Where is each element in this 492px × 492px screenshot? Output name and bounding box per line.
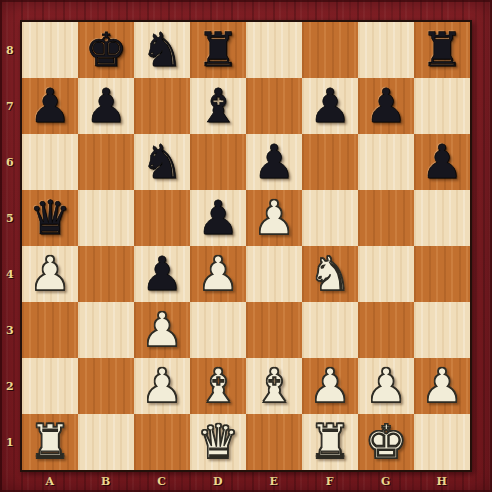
square-a8[interactable] xyxy=(22,22,78,78)
piece-black-rook[interactable]: ♜ xyxy=(421,22,463,78)
file-label-a: A xyxy=(45,475,54,488)
piece-white-king[interactable]: ♚ xyxy=(365,414,407,470)
chess-app: 87654321 ABCDEFGH ♚♞♜♜♟♟♝♟♟♞♟♟♛♟♟♟♟♟♞♟♟♝… xyxy=(0,0,492,492)
square-f1[interactable]: ♜ xyxy=(302,414,358,470)
piece-black-pawn[interactable]: ♟ xyxy=(29,78,71,134)
square-h3[interactable] xyxy=(414,302,470,358)
square-f5[interactable] xyxy=(302,190,358,246)
piece-white-queen[interactable]: ♛ xyxy=(197,414,239,470)
piece-black-pawn[interactable]: ♟ xyxy=(253,134,295,190)
square-a2[interactable] xyxy=(22,358,78,414)
square-b2[interactable] xyxy=(78,358,134,414)
rank-label-2: 2 xyxy=(6,380,14,393)
square-a6[interactable] xyxy=(22,134,78,190)
piece-white-rook[interactable]: ♜ xyxy=(29,414,71,470)
piece-white-pawn[interactable]: ♟ xyxy=(253,190,295,246)
piece-white-pawn[interactable]: ♟ xyxy=(309,358,351,414)
square-b8[interactable]: ♚ xyxy=(78,22,134,78)
square-c5[interactable] xyxy=(134,190,190,246)
piece-black-pawn[interactable]: ♟ xyxy=(141,246,183,302)
square-a7[interactable]: ♟ xyxy=(22,78,78,134)
square-g4[interactable] xyxy=(358,246,414,302)
square-h2[interactable]: ♟ xyxy=(414,358,470,414)
rank-label-6: 6 xyxy=(6,156,14,169)
square-c8[interactable]: ♞ xyxy=(134,22,190,78)
square-e2[interactable]: ♝ xyxy=(246,358,302,414)
piece-black-pawn[interactable]: ♟ xyxy=(85,78,127,134)
piece-white-bishop[interactable]: ♝ xyxy=(197,358,239,414)
rank-label-5: 5 xyxy=(6,212,14,225)
piece-white-rook[interactable]: ♜ xyxy=(309,414,351,470)
square-h7[interactable] xyxy=(414,78,470,134)
square-b6[interactable] xyxy=(78,134,134,190)
square-d1[interactable]: ♛ xyxy=(190,414,246,470)
square-e5[interactable]: ♟ xyxy=(246,190,302,246)
piece-white-knight[interactable]: ♞ xyxy=(309,246,351,302)
rank-label-4: 4 xyxy=(6,268,14,281)
piece-white-pawn[interactable]: ♟ xyxy=(29,246,71,302)
square-d3[interactable] xyxy=(190,302,246,358)
square-d5[interactable]: ♟ xyxy=(190,190,246,246)
file-label-h: H xyxy=(437,475,448,488)
square-d7[interactable]: ♝ xyxy=(190,78,246,134)
square-e8[interactable] xyxy=(246,22,302,78)
square-e6[interactable]: ♟ xyxy=(246,134,302,190)
piece-white-pawn[interactable]: ♟ xyxy=(421,358,463,414)
square-h8[interactable]: ♜ xyxy=(414,22,470,78)
piece-black-pawn[interactable]: ♟ xyxy=(421,134,463,190)
square-d8[interactable]: ♜ xyxy=(190,22,246,78)
square-g1[interactable]: ♚ xyxy=(358,414,414,470)
piece-black-queen[interactable]: ♛ xyxy=(29,190,71,246)
piece-black-pawn[interactable]: ♟ xyxy=(197,190,239,246)
rank-labels: 87654321 xyxy=(0,22,20,470)
piece-white-pawn[interactable]: ♟ xyxy=(141,302,183,358)
piece-black-rook[interactable]: ♜ xyxy=(197,22,239,78)
file-label-e: E xyxy=(270,475,279,488)
file-labels: ABCDEFGH xyxy=(22,470,470,492)
chess-board: ♚♞♜♜♟♟♝♟♟♞♟♟♛♟♟♟♟♟♞♟♟♝♝♟♟♟♜♛♜♚ xyxy=(20,20,472,472)
square-h1[interactable] xyxy=(414,414,470,470)
rank-label-7: 7 xyxy=(6,100,14,113)
piece-white-bishop[interactable]: ♝ xyxy=(253,358,295,414)
square-h5[interactable] xyxy=(414,190,470,246)
square-b7[interactable]: ♟ xyxy=(78,78,134,134)
square-c4[interactable]: ♟ xyxy=(134,246,190,302)
piece-black-king[interactable]: ♚ xyxy=(85,22,127,78)
square-g8[interactable] xyxy=(358,22,414,78)
square-c6[interactable]: ♞ xyxy=(134,134,190,190)
square-b3[interactable] xyxy=(78,302,134,358)
square-d6[interactable] xyxy=(190,134,246,190)
rank-label-8: 8 xyxy=(6,44,14,57)
piece-white-pawn[interactable]: ♟ xyxy=(197,246,239,302)
piece-black-knight[interactable]: ♞ xyxy=(141,134,183,190)
square-a3[interactable] xyxy=(22,302,78,358)
square-f7[interactable]: ♟ xyxy=(302,78,358,134)
square-e4[interactable] xyxy=(246,246,302,302)
square-g5[interactable] xyxy=(358,190,414,246)
square-c7[interactable] xyxy=(134,78,190,134)
file-label-c: C xyxy=(157,475,166,488)
square-e7[interactable] xyxy=(246,78,302,134)
square-f2[interactable]: ♟ xyxy=(302,358,358,414)
square-c1[interactable] xyxy=(134,414,190,470)
square-d2[interactable]: ♝ xyxy=(190,358,246,414)
square-f4[interactable]: ♞ xyxy=(302,246,358,302)
file-label-b: B xyxy=(101,475,111,488)
file-label-f: F xyxy=(326,475,334,488)
square-f3[interactable] xyxy=(302,302,358,358)
square-g3[interactable] xyxy=(358,302,414,358)
square-f8[interactable] xyxy=(302,22,358,78)
piece-black-bishop[interactable]: ♝ xyxy=(197,78,239,134)
piece-black-pawn[interactable]: ♟ xyxy=(365,78,407,134)
square-c3[interactable]: ♟ xyxy=(134,302,190,358)
piece-white-pawn[interactable]: ♟ xyxy=(141,358,183,414)
square-h6[interactable]: ♟ xyxy=(414,134,470,190)
square-e1[interactable] xyxy=(246,414,302,470)
square-d4[interactable]: ♟ xyxy=(190,246,246,302)
square-c2[interactable]: ♟ xyxy=(134,358,190,414)
piece-black-pawn[interactable]: ♟ xyxy=(309,78,351,134)
file-label-d: D xyxy=(213,475,223,488)
square-h4[interactable] xyxy=(414,246,470,302)
rank-label-1: 1 xyxy=(6,436,14,449)
rank-label-3: 3 xyxy=(6,324,14,337)
square-a1[interactable]: ♜ xyxy=(22,414,78,470)
square-a4[interactable]: ♟ xyxy=(22,246,78,302)
square-g7[interactable]: ♟ xyxy=(358,78,414,134)
square-g2[interactable]: ♟ xyxy=(358,358,414,414)
square-b5[interactable] xyxy=(78,190,134,246)
square-b1[interactable] xyxy=(78,414,134,470)
square-b4[interactable] xyxy=(78,246,134,302)
square-g6[interactable] xyxy=(358,134,414,190)
square-f6[interactable] xyxy=(302,134,358,190)
square-a5[interactable]: ♛ xyxy=(22,190,78,246)
piece-black-knight[interactable]: ♞ xyxy=(141,22,183,78)
square-e3[interactable] xyxy=(246,302,302,358)
piece-white-pawn[interactable]: ♟ xyxy=(365,358,407,414)
file-label-g: G xyxy=(381,475,391,488)
